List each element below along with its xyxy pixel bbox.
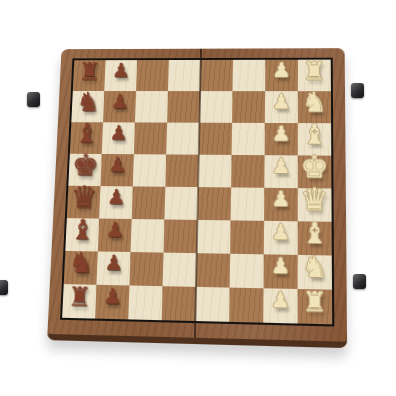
piece-black-pawn[interactable]: ♟ — [95, 280, 129, 315]
square-a4[interactable] — [195, 287, 229, 322]
clasp-right-lower-icon — [353, 274, 366, 289]
square-a1[interactable]: ♜ — [298, 289, 333, 324]
piece-white-king[interactable]: ♚ — [298, 150, 332, 183]
piece-white-pawn[interactable]: ♟ — [264, 150, 297, 183]
square-c3[interactable] — [230, 220, 264, 254]
piece-white-pawn[interactable]: ♟ — [263, 283, 297, 318]
square-c6[interactable] — [131, 219, 165, 253]
square-d5[interactable] — [164, 187, 198, 220]
square-e4[interactable] — [198, 155, 231, 188]
square-e5[interactable] — [165, 154, 198, 187]
piece-black-bishop[interactable]: ♝ — [70, 117, 103, 149]
square-a2[interactable]: ♟ — [263, 288, 297, 323]
piece-black-pawn[interactable]: ♟ — [103, 86, 136, 117]
square-f5[interactable] — [166, 123, 199, 155]
piece-white-rook[interactable]: ♜ — [298, 284, 333, 319]
square-a3[interactable] — [229, 288, 263, 323]
square-a6[interactable] — [128, 285, 162, 320]
piece-white-rook[interactable]: ♜ — [298, 55, 331, 87]
piece-black-rook[interactable]: ♜ — [73, 56, 106, 87]
piece-white-pawn[interactable]: ♟ — [264, 183, 298, 216]
square-f4[interactable] — [199, 123, 232, 155]
square-g3[interactable] — [232, 91, 265, 123]
clasp-left-lower-icon — [0, 280, 8, 295]
piece-white-pawn[interactable]: ♟ — [264, 249, 298, 284]
piece-black-pawn[interactable]: ♟ — [102, 118, 135, 150]
square-a8[interactable]: ♜ — [62, 284, 96, 318]
square-f3[interactable] — [232, 123, 265, 155]
clasp-left-upper-icon — [27, 92, 40, 107]
piece-white-bishop[interactable]: ♝ — [298, 118, 331, 150]
square-d3[interactable] — [231, 187, 265, 220]
square-d6[interactable] — [132, 186, 166, 219]
square-c4[interactable] — [197, 220, 231, 254]
piece-white-pawn[interactable]: ♟ — [265, 118, 298, 150]
square-h6[interactable] — [136, 60, 169, 91]
piece-black-pawn[interactable]: ♟ — [99, 181, 133, 214]
piece-black-pawn[interactable]: ♟ — [98, 214, 132, 247]
clasp-right-upper-icon — [351, 83, 364, 98]
square-b6[interactable] — [129, 252, 163, 286]
square-g5[interactable] — [167, 91, 200, 123]
square-d4[interactable] — [197, 187, 231, 220]
square-b5[interactable] — [163, 253, 197, 287]
chess-board: ♜♟♟♜♞♟♟♞♝♟♟♝♚♟♟♚♛♟♟♛♝♟♟♝♞♟♟♞♜♟♟♜ — [47, 48, 347, 348]
square-h5[interactable] — [168, 60, 201, 91]
square-f6[interactable] — [134, 122, 167, 154]
piece-white-bishop[interactable]: ♝ — [298, 216, 332, 250]
square-h4[interactable] — [200, 60, 233, 91]
piece-white-knight[interactable]: ♞ — [298, 250, 332, 285]
square-g4[interactable] — [199, 91, 232, 123]
square-e3[interactable] — [231, 155, 264, 188]
board-frame: ♜♟♟♜♞♟♟♞♝♟♟♝♚♟♟♚♛♟♟♛♝♟♟♝♞♟♟♞♜♟♟♜ — [47, 48, 347, 348]
piece-white-pawn[interactable]: ♟ — [265, 86, 298, 118]
piece-black-pawn[interactable]: ♟ — [97, 246, 131, 280]
piece-white-queen[interactable]: ♛ — [298, 183, 332, 217]
piece-black-king[interactable]: ♚ — [69, 149, 102, 181]
square-c5[interactable] — [164, 219, 198, 253]
square-g6[interactable] — [135, 91, 168, 122]
square-b3[interactable] — [230, 254, 264, 289]
square-e6[interactable] — [133, 154, 166, 187]
piece-white-pawn[interactable]: ♟ — [265, 55, 298, 86]
piece-black-rook[interactable]: ♜ — [62, 279, 96, 313]
piece-black-knight[interactable]: ♞ — [72, 86, 105, 117]
square-b4[interactable] — [196, 253, 230, 287]
piece-black-queen[interactable]: ♛ — [67, 181, 101, 214]
piece-black-pawn[interactable]: ♟ — [101, 149, 134, 181]
piece-white-pawn[interactable]: ♟ — [264, 216, 298, 250]
square-h3[interactable] — [232, 60, 265, 91]
piece-black-knight[interactable]: ♞ — [64, 246, 98, 280]
square-a5[interactable] — [162, 286, 196, 321]
piece-white-knight[interactable]: ♞ — [298, 86, 331, 118]
piece-black-pawn[interactable]: ♟ — [104, 55, 137, 86]
square-a7[interactable]: ♟ — [95, 285, 129, 320]
piece-black-bishop[interactable]: ♝ — [66, 213, 100, 246]
photo-scene: ♜♟♟♜♞♟♟♞♝♟♟♝♚♟♟♚♛♟♟♛♝♟♟♝♞♟♟♞♜♟♟♜ — [0, 0, 396, 396]
